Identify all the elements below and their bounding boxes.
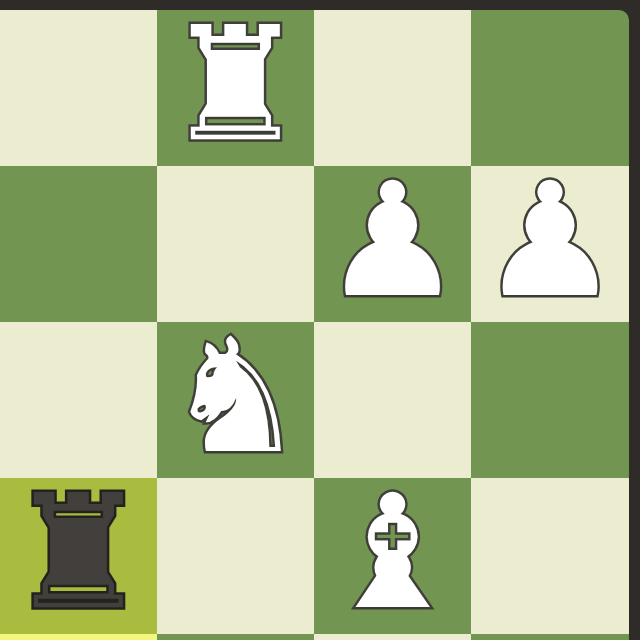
square-d3[interactable] — [471, 478, 629, 634]
white-knight[interactable]: ♞ — [165, 318, 307, 475]
square-d2-sliver[interactable] — [471, 634, 629, 640]
square-a3-highlighted[interactable]: ♜ — [0, 478, 157, 634]
square-a4[interactable] — [0, 322, 157, 478]
square-c4[interactable] — [314, 322, 471, 478]
square-b5[interactable] — [157, 166, 314, 322]
square-c3[interactable]: ♝ — [314, 478, 471, 634]
white-pawn[interactable]: ♟ — [322, 162, 464, 319]
square-c6[interactable] — [314, 10, 471, 166]
square-d4[interactable] — [471, 322, 629, 478]
square-b3[interactable] — [157, 478, 314, 634]
chess-board: ♜ ♟ ♟ ♞ ♜ ♝ — [0, 10, 629, 640]
square-d6[interactable] — [471, 10, 629, 166]
square-d5[interactable]: ♟ — [471, 166, 629, 322]
square-c2-sliver[interactable] — [314, 634, 471, 640]
white-pawn[interactable]: ♟ — [479, 162, 621, 319]
white-rook[interactable]: ♜ — [165, 10, 307, 163]
square-b6[interactable]: ♜ — [157, 10, 314, 166]
square-a6[interactable] — [0, 10, 157, 166]
square-b4[interactable]: ♞ — [157, 322, 314, 478]
black-rook[interactable]: ♜ — [8, 474, 150, 631]
square-b2-sliver[interactable] — [157, 634, 314, 640]
square-a2-highlighted-sliver[interactable] — [0, 634, 157, 640]
square-a5[interactable] — [0, 166, 157, 322]
white-bishop[interactable]: ♝ — [322, 474, 464, 631]
square-c5[interactable]: ♟ — [314, 166, 471, 322]
